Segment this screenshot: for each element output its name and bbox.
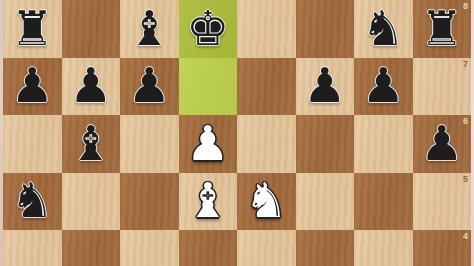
square-f5[interactable] <box>296 173 355 231</box>
square-h7[interactable]: 7 <box>413 58 472 116</box>
square-a6[interactable] <box>3 115 62 173</box>
square-b4[interactable] <box>62 230 121 266</box>
square-g8[interactable]: ♞ <box>354 0 413 58</box>
square-a5[interactable]: ♞ <box>3 173 62 231</box>
piece-black-pawn: ♟ <box>11 61 54 109</box>
square-e8[interactable] <box>237 0 296 58</box>
piece-black-rook: ♜ <box>11 4 54 52</box>
rank-label-7: 7 <box>463 59 468 69</box>
piece-black-knight: ♞ <box>11 176 54 224</box>
square-a8[interactable]: ♜ <box>3 0 62 58</box>
square-e7[interactable] <box>237 58 296 116</box>
piece-black-pawn: ♟ <box>128 61 171 109</box>
square-g6[interactable] <box>354 115 413 173</box>
piece-white-knight: ♞ <box>245 176 288 224</box>
square-c7[interactable]: ♟ <box>120 58 179 116</box>
square-h4[interactable]: 4 <box>413 230 472 266</box>
square-f7[interactable]: ♟ <box>296 58 355 116</box>
piece-black-knight: ♞ <box>362 4 405 52</box>
square-c6[interactable] <box>120 115 179 173</box>
square-h6[interactable]: ♟6 <box>413 115 472 173</box>
piece-black-king: ♚ <box>186 4 229 52</box>
piece-black-pawn: ♟ <box>362 61 405 109</box>
square-d7[interactable] <box>179 58 238 116</box>
square-b5[interactable] <box>62 173 121 231</box>
square-f8[interactable] <box>296 0 355 58</box>
square-b6[interactable]: ♝ <box>62 115 121 173</box>
square-a7[interactable]: ♟ <box>3 58 62 116</box>
square-d6[interactable]: ♟ <box>179 115 238 173</box>
square-c8[interactable]: ♝ <box>120 0 179 58</box>
piece-black-pawn: ♟ <box>420 119 463 167</box>
square-c4[interactable] <box>120 230 179 266</box>
square-h8[interactable]: ♜8 <box>413 0 472 58</box>
square-e5[interactable]: ♞ <box>237 173 296 231</box>
square-f4[interactable] <box>296 230 355 266</box>
square-b7[interactable]: ♟ <box>62 58 121 116</box>
square-e6[interactable] <box>237 115 296 173</box>
square-d8[interactable]: ♚ <box>179 0 238 58</box>
frame-edge-left <box>0 0 3 266</box>
rank-label-4: 4 <box>463 231 468 241</box>
square-h5[interactable]: 5 <box>413 173 472 231</box>
square-f6[interactable] <box>296 115 355 173</box>
square-e4[interactable] <box>237 230 296 266</box>
square-c5[interactable] <box>120 173 179 231</box>
piece-white-bishop: ♝ <box>186 176 229 224</box>
chess-board: ♜♝♚♞♜8♟♟♟♟♟7♝♟♟6♞♝♞54 <box>3 0 471 266</box>
square-g4[interactable] <box>354 230 413 266</box>
square-d4[interactable] <box>179 230 238 266</box>
video-frame: ♜♝♚♞♜8♟♟♟♟♟7♝♟♟6♞♝♞54 <box>0 0 474 266</box>
piece-white-pawn: ♟ <box>186 119 229 167</box>
piece-black-rook: ♜ <box>420 4 463 52</box>
piece-black-pawn: ♟ <box>303 61 346 109</box>
piece-black-bishop: ♝ <box>128 4 171 52</box>
square-g7[interactable]: ♟ <box>354 58 413 116</box>
rank-label-5: 5 <box>463 174 468 184</box>
rank-label-6: 6 <box>463 116 468 126</box>
square-d5[interactable]: ♝ <box>179 173 238 231</box>
piece-black-bishop: ♝ <box>69 119 112 167</box>
piece-black-pawn: ♟ <box>69 61 112 109</box>
square-a4[interactable] <box>3 230 62 266</box>
rank-label-8: 8 <box>463 1 468 11</box>
square-g5[interactable] <box>354 173 413 231</box>
square-b8[interactable] <box>62 0 121 58</box>
